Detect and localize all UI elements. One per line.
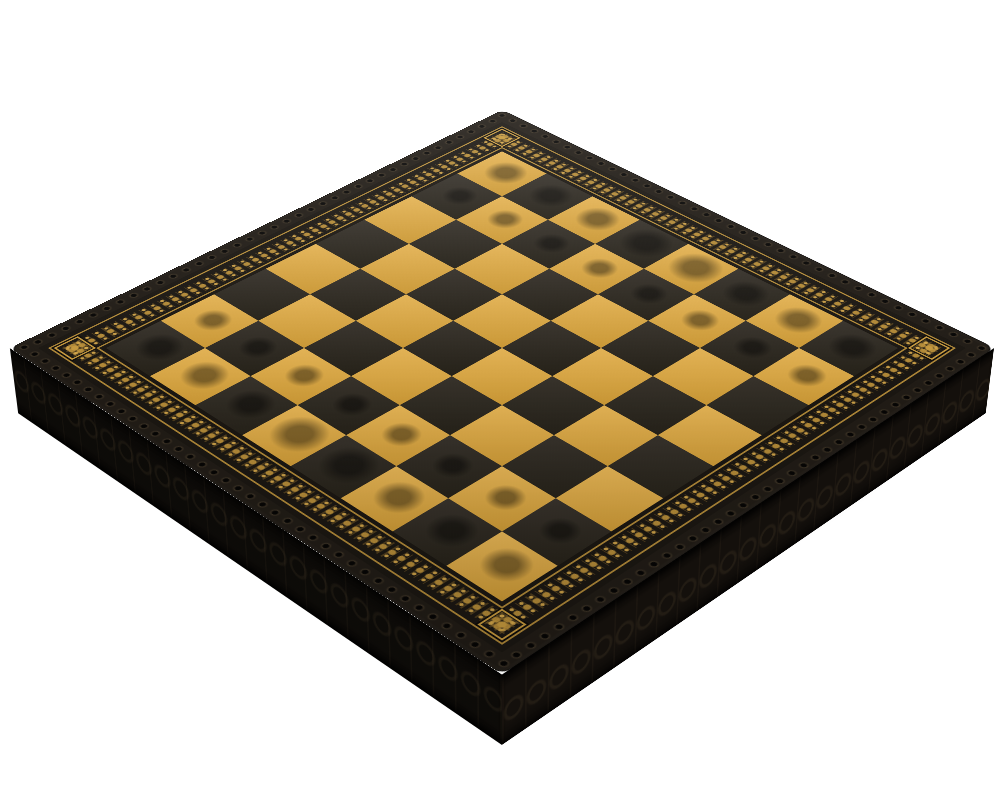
square-g5	[604, 376, 706, 435]
square-f5	[552, 348, 653, 405]
white-rook-glyph: ♜	[437, 429, 566, 573]
corner-rosette-bottom	[477, 609, 526, 641]
chess-cabinet-board: ♜♞♟♝♟♛♟♚♟♝♟♞♟♟♜♟♟♜♟♟♞♟♝♟♛♟♚♟♝♟♞♜	[10, 110, 994, 674]
black-pawn-glyph: ♟	[755, 272, 853, 382]
square-g6	[653, 348, 754, 405]
square-h6	[706, 376, 808, 435]
square-h4	[608, 435, 714, 498]
square-h5	[658, 405, 762, 466]
product-photo-scene: ♜♞♟♝♟♛♟♚♟♝♟♞♟♟♜♟♟♜♟♟♞♟♝♟♛♟♚♟♝♟♞♜	[0, 0, 1000, 800]
